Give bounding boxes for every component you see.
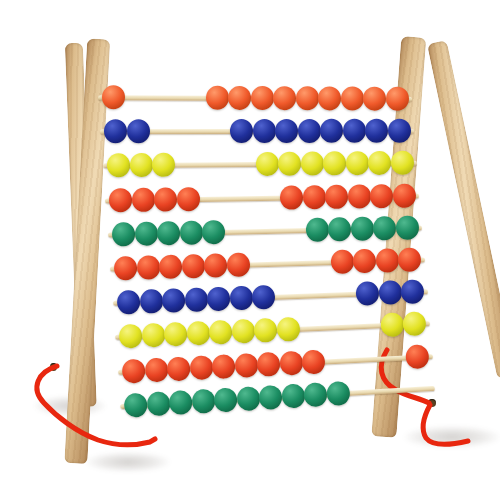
bead-blue[interactable] xyxy=(378,280,402,305)
bead-green[interactable] xyxy=(169,390,193,415)
bead-yellow[interactable] xyxy=(278,152,301,176)
bead-red[interactable] xyxy=(398,247,422,272)
bead-green[interactable] xyxy=(236,386,260,411)
bead-orange[interactable] xyxy=(102,85,125,109)
bead-red[interactable] xyxy=(154,187,177,211)
bead-red[interactable] xyxy=(301,349,325,374)
bead-yellow[interactable] xyxy=(209,320,233,345)
bead-green[interactable] xyxy=(303,382,327,407)
bead-orange[interactable] xyxy=(228,86,251,110)
bead-orange[interactable] xyxy=(250,86,273,110)
bead-red[interactable] xyxy=(375,248,399,273)
bead-orange[interactable] xyxy=(363,87,386,111)
bead-yellow[interactable] xyxy=(255,152,278,176)
bead-yellow[interactable] xyxy=(403,312,427,337)
bead-yellow[interactable] xyxy=(152,153,175,177)
bead-blue[interactable] xyxy=(321,119,344,143)
bead-yellow[interactable] xyxy=(368,151,391,175)
bead-blue[interactable] xyxy=(231,119,254,143)
bead-green[interactable] xyxy=(350,216,374,241)
bead-blue[interactable] xyxy=(251,285,275,310)
bead-yellow[interactable] xyxy=(323,152,346,176)
abacus-row-4 xyxy=(101,182,424,213)
bead-red[interactable] xyxy=(204,253,228,278)
bead-red[interactable] xyxy=(280,185,303,209)
bead-yellow[interactable] xyxy=(300,152,323,176)
bead-red[interactable] xyxy=(348,184,371,208)
bead-blue[interactable] xyxy=(253,119,276,143)
bead-blue[interactable] xyxy=(229,286,253,311)
bead-red[interactable] xyxy=(159,255,183,280)
bead-blue[interactable] xyxy=(388,119,411,143)
bead-red[interactable] xyxy=(114,256,138,281)
bead-yellow[interactable] xyxy=(141,323,165,348)
bead-blue[interactable] xyxy=(184,287,208,312)
bead-red[interactable] xyxy=(136,255,160,280)
bead-green[interactable] xyxy=(373,216,397,241)
bead-red[interactable] xyxy=(132,187,155,211)
bead-blue[interactable] xyxy=(343,119,366,143)
bead-blue[interactable] xyxy=(127,119,150,143)
bead-orange[interactable] xyxy=(385,87,408,111)
bead-yellow[interactable] xyxy=(129,153,152,177)
bead-blue[interactable] xyxy=(104,119,127,143)
bead-red[interactable] xyxy=(177,187,200,211)
bead-red[interactable] xyxy=(144,357,168,382)
bead-yellow[interactable] xyxy=(119,324,143,349)
bead-yellow[interactable] xyxy=(254,318,278,343)
bead-yellow[interactable] xyxy=(380,313,404,338)
abacus-row-3 xyxy=(99,150,421,179)
bead-green[interactable] xyxy=(146,391,170,416)
abacus-row-1 xyxy=(94,84,416,112)
bead-green[interactable] xyxy=(124,392,148,417)
bead-green[interactable] xyxy=(281,383,305,408)
bead-orange[interactable] xyxy=(318,86,341,110)
bead-green[interactable] xyxy=(112,222,136,247)
bead-red[interactable] xyxy=(325,184,348,208)
bead-yellow[interactable] xyxy=(107,154,130,178)
bead-green[interactable] xyxy=(134,221,158,246)
bead-orange[interactable] xyxy=(340,86,363,110)
bead-yellow[interactable] xyxy=(390,151,413,175)
bead-red[interactable] xyxy=(303,185,326,209)
bead-blue[interactable] xyxy=(161,288,185,313)
bead-red[interactable] xyxy=(393,183,416,207)
bead-red[interactable] xyxy=(121,358,145,383)
bead-red[interactable] xyxy=(370,184,393,208)
bead-red[interactable] xyxy=(256,351,280,376)
bead-green[interactable] xyxy=(395,215,419,240)
bead-red[interactable] xyxy=(211,354,235,379)
bead-green[interactable] xyxy=(328,217,352,242)
bead-blue[interactable] xyxy=(366,119,389,143)
bead-red[interactable] xyxy=(109,188,132,212)
bead-green[interactable] xyxy=(202,220,226,245)
bead-blue[interactable] xyxy=(400,280,424,305)
bead-red[interactable] xyxy=(405,344,429,369)
bead-yellow[interactable] xyxy=(231,319,255,344)
bead-yellow[interactable] xyxy=(276,317,300,342)
bead-yellow[interactable] xyxy=(345,151,368,175)
abacus-product-photo xyxy=(0,0,500,500)
bead-orange[interactable] xyxy=(295,86,318,110)
bead-blue[interactable] xyxy=(355,281,379,306)
bead-blue[interactable] xyxy=(298,119,321,143)
bead-red[interactable] xyxy=(189,355,213,380)
bead-orange[interactable] xyxy=(273,86,296,110)
bead-green[interactable] xyxy=(305,217,329,242)
bead-green[interactable] xyxy=(179,220,203,245)
bead-red[interactable] xyxy=(353,249,377,274)
bead-green[interactable] xyxy=(157,221,181,246)
bead-blue[interactable] xyxy=(116,290,140,315)
bead-red[interactable] xyxy=(166,356,190,381)
bead-orange[interactable] xyxy=(205,86,228,110)
right-cord-lower xyxy=(423,405,468,444)
bead-red[interactable] xyxy=(278,350,302,375)
bead-blue[interactable] xyxy=(276,119,299,143)
bead-yellow[interactable] xyxy=(164,322,188,347)
bead-red[interactable] xyxy=(330,249,354,274)
bead-green[interactable] xyxy=(326,381,350,406)
abacus-row-2 xyxy=(96,118,418,145)
bead-blue[interactable] xyxy=(206,287,230,312)
bead-red[interactable] xyxy=(234,353,258,378)
bead-red[interactable] xyxy=(226,253,250,278)
bead-red[interactable] xyxy=(181,254,205,279)
bead-blue[interactable] xyxy=(139,289,163,314)
bead-green[interactable] xyxy=(191,388,215,413)
bead-yellow[interactable] xyxy=(186,321,210,346)
bead-green[interactable] xyxy=(258,385,282,410)
bead-green[interactable] xyxy=(213,387,237,412)
